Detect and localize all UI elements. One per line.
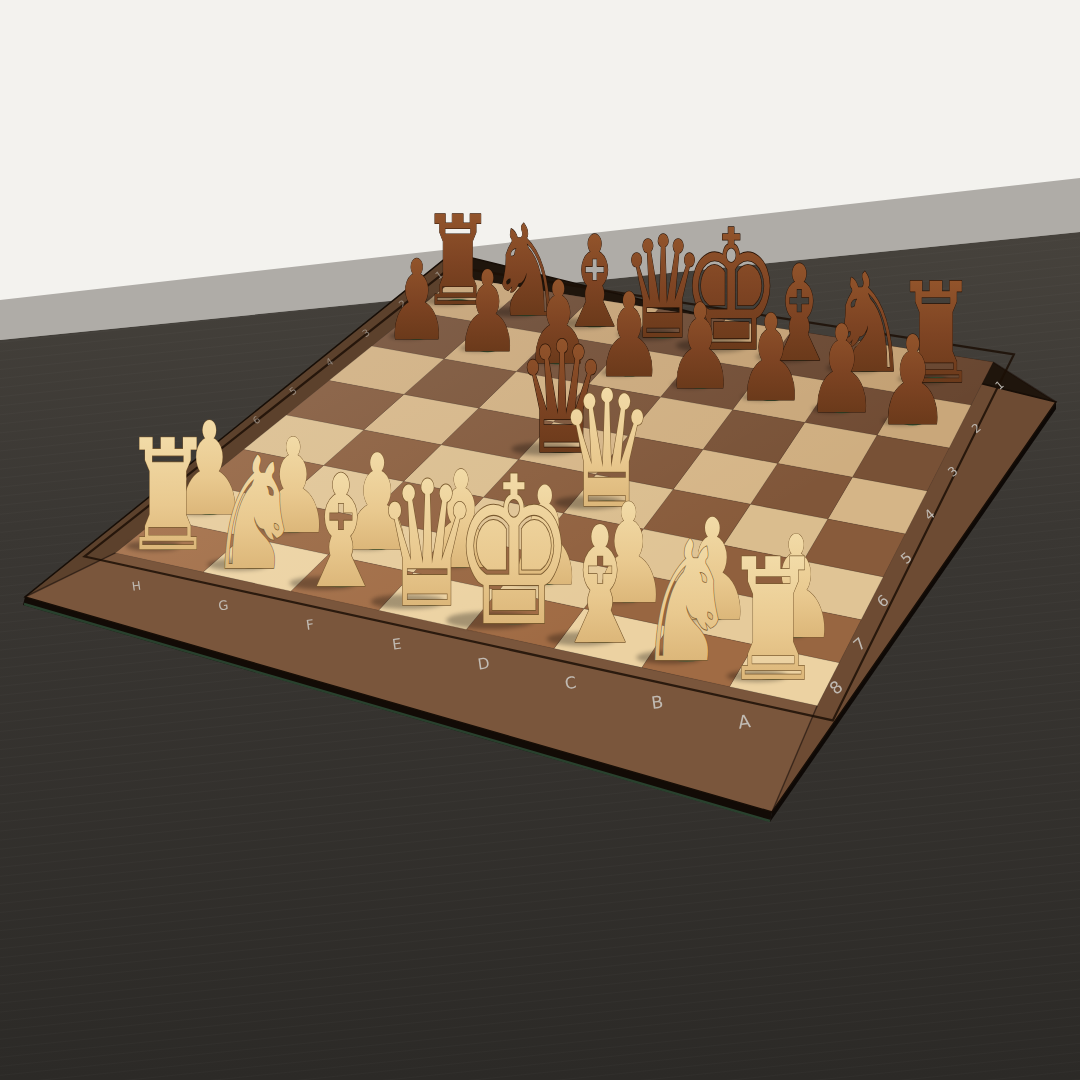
svg-text:♜: ♜: [123, 406, 214, 585]
chess-set-photo: chess ABCDEFGH1234567812345678♜♞♝♛♟♚♟♝♟♞…: [0, 0, 1080, 1080]
piece-white-rook-a8: ♜: [723, 523, 823, 719]
piece-white-bishop-f8: ♝: [295, 442, 387, 623]
piece-white-rook-h8: ♜: [123, 406, 214, 585]
svg-text:♝: ♝: [552, 492, 648, 680]
svg-text:♟: ♟: [736, 289, 807, 428]
svg-text:♞: ♞: [208, 424, 300, 605]
photo-canvas: ABCDEFGH1234567812345678♜♞♝♛♟♚♟♝♟♞♟♜♟♟♟♟…: [0, 0, 1080, 1080]
piece-white-knight-g8: ♞: [208, 424, 300, 605]
piece-black-pawn-g2: ♟: [454, 247, 521, 377]
piece-black-pawn-a2: ♟: [876, 310, 949, 454]
svg-text:♟: ♟: [876, 310, 949, 454]
svg-text:♟: ♟: [454, 247, 521, 377]
svg-text:♝: ♝: [295, 442, 387, 623]
piece-black-pawn-h2: ♟: [384, 236, 449, 365]
piece-black-pawn-c2: ♟: [736, 289, 807, 428]
piece-black-pawn-b2: ♟: [806, 299, 878, 441]
piece-black-pawn-d2: ♟: [665, 278, 735, 416]
piece-white-bishop-c8: ♝: [552, 492, 648, 680]
svg-text:♜: ♜: [723, 523, 823, 719]
board-render: ABCDEFGH1234567812345678♜♞♝♛♟♚♟♝♟♞♟♜♟♟♟♟…: [0, 0, 1080, 1080]
svg-text:♟: ♟: [806, 299, 878, 441]
svg-text:♞: ♞: [637, 506, 735, 700]
piece-white-knight-b8: ♞: [637, 506, 735, 700]
svg-text:♟: ♟: [665, 278, 735, 416]
svg-text:♟: ♟: [384, 236, 449, 365]
